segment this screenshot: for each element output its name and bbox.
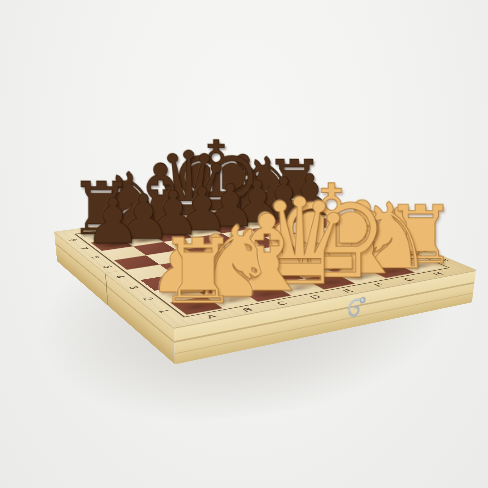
clasp-hook-icon [341,292,371,327]
chess-board: ♜♞♝♛♚♝♞♜♟♟♟♟♟♟♟♟♟♟♟♟♟♟♟♟♜♞♝♛♚♝♞♜ ABCDEFG… [54,198,476,327]
chess-set-photo: ♜♞♝♛♚♝♞♜♟♟♟♟♟♟♟♟♟♟♟♟♟♟♟♟♜♞♝♛♚♝♞♜ ABCDEFG… [0,0,488,488]
black-pawn[interactable]: ♟ [85,190,141,253]
fold-seam-notch [105,273,108,306]
white-rook[interactable]: ♜ [157,227,238,317]
